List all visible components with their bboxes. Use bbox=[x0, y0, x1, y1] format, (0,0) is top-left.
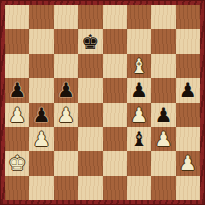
square-g3[interactable]: ♟ bbox=[151, 127, 175, 151]
square-d2[interactable] bbox=[78, 151, 102, 175]
square-e6[interactable] bbox=[103, 54, 127, 78]
white-bishop: ♝ bbox=[130, 56, 148, 76]
square-h7[interactable] bbox=[176, 29, 200, 53]
square-a2[interactable]: ♚ bbox=[5, 151, 29, 175]
square-g8[interactable] bbox=[151, 5, 175, 29]
square-e2[interactable] bbox=[103, 151, 127, 175]
white-pawn: ♟ bbox=[57, 105, 75, 125]
square-f3[interactable]: ♝ bbox=[127, 127, 151, 151]
square-h1[interactable] bbox=[176, 176, 200, 200]
square-g6[interactable] bbox=[151, 54, 175, 78]
black-pawn: ♟ bbox=[57, 80, 75, 100]
square-d4[interactable] bbox=[78, 103, 102, 127]
black-pawn: ♟ bbox=[154, 105, 172, 125]
square-b7[interactable] bbox=[29, 29, 53, 53]
square-d7[interactable]: ♚ bbox=[78, 29, 102, 53]
square-h5[interactable]: ♟ bbox=[176, 78, 200, 102]
white-pawn: ♟ bbox=[33, 129, 51, 149]
square-f6[interactable]: ♝ bbox=[127, 54, 151, 78]
white-pawn: ♟ bbox=[179, 153, 197, 173]
square-c3[interactable] bbox=[54, 127, 78, 151]
square-b4[interactable]: ♟ bbox=[29, 103, 53, 127]
square-a6[interactable] bbox=[5, 54, 29, 78]
white-pawn: ♟ bbox=[8, 105, 26, 125]
square-h8[interactable] bbox=[176, 5, 200, 29]
square-a1[interactable] bbox=[5, 176, 29, 200]
square-b6[interactable] bbox=[29, 54, 53, 78]
white-king: ♚ bbox=[8, 153, 26, 173]
square-f1[interactable] bbox=[127, 176, 151, 200]
white-pawn: ♟ bbox=[130, 105, 148, 125]
square-d3[interactable] bbox=[78, 127, 102, 151]
square-c8[interactable] bbox=[54, 5, 78, 29]
square-b1[interactable] bbox=[29, 176, 53, 200]
square-g1[interactable] bbox=[151, 176, 175, 200]
white-pawn: ♟ bbox=[154, 129, 172, 149]
square-e3[interactable] bbox=[103, 127, 127, 151]
black-pawn: ♟ bbox=[130, 80, 148, 100]
square-e7[interactable] bbox=[103, 29, 127, 53]
black-pawn: ♟ bbox=[8, 80, 26, 100]
square-d5[interactable] bbox=[78, 78, 102, 102]
square-e4[interactable] bbox=[103, 103, 127, 127]
square-f4[interactable]: ♟ bbox=[127, 103, 151, 127]
square-h3[interactable] bbox=[176, 127, 200, 151]
square-f5[interactable]: ♟ bbox=[127, 78, 151, 102]
square-e8[interactable] bbox=[103, 5, 127, 29]
square-g5[interactable] bbox=[151, 78, 175, 102]
square-d8[interactable] bbox=[78, 5, 102, 29]
square-b5[interactable] bbox=[29, 78, 53, 102]
square-a5[interactable]: ♟ bbox=[5, 78, 29, 102]
black-king: ♚ bbox=[81, 32, 99, 52]
square-c1[interactable] bbox=[54, 176, 78, 200]
chess-board: ♚♝♟♟♟♟♟♟♟♟♟♟♝♟♚♟ bbox=[5, 5, 200, 200]
square-b3[interactable]: ♟ bbox=[29, 127, 53, 151]
square-d6[interactable] bbox=[78, 54, 102, 78]
square-g4[interactable]: ♟ bbox=[151, 103, 175, 127]
square-h6[interactable] bbox=[176, 54, 200, 78]
square-a8[interactable] bbox=[5, 5, 29, 29]
square-h2[interactable]: ♟ bbox=[176, 151, 200, 175]
square-a4[interactable]: ♟ bbox=[5, 103, 29, 127]
square-g7[interactable] bbox=[151, 29, 175, 53]
square-c2[interactable] bbox=[54, 151, 78, 175]
square-c4[interactable]: ♟ bbox=[54, 103, 78, 127]
square-c7[interactable] bbox=[54, 29, 78, 53]
square-c6[interactable] bbox=[54, 54, 78, 78]
square-f7[interactable] bbox=[127, 29, 151, 53]
square-b8[interactable] bbox=[29, 5, 53, 29]
board-frame: ♚♝♟♟♟♟♟♟♟♟♟♟♝♟♚♟ bbox=[0, 0, 205, 205]
square-e1[interactable] bbox=[103, 176, 127, 200]
black-pawn: ♟ bbox=[179, 80, 197, 100]
square-c5[interactable]: ♟ bbox=[54, 78, 78, 102]
square-h4[interactable] bbox=[176, 103, 200, 127]
square-d1[interactable] bbox=[78, 176, 102, 200]
square-g2[interactable] bbox=[151, 151, 175, 175]
square-b2[interactable] bbox=[29, 151, 53, 175]
square-a3[interactable] bbox=[5, 127, 29, 151]
black-pawn: ♟ bbox=[33, 105, 51, 125]
square-e5[interactable] bbox=[103, 78, 127, 102]
square-a7[interactable] bbox=[5, 29, 29, 53]
black-bishop: ♝ bbox=[130, 129, 148, 149]
square-f8[interactable] bbox=[127, 5, 151, 29]
square-f2[interactable] bbox=[127, 151, 151, 175]
